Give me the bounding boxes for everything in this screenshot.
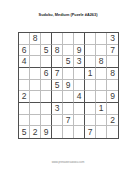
cell-r7c2[interactable] [30, 103, 41, 115]
cell-r4c4[interactable]: 7 [52, 68, 63, 80]
cell-r6c6[interactable]: 4 [74, 91, 85, 103]
cell-r6c4[interactable] [52, 91, 63, 103]
cell-r3c4[interactable] [52, 56, 63, 68]
footer-url: www.printablesudoku.com [41, 161, 95, 164]
cell-r2c8[interactable] [96, 45, 107, 57]
cell-r4c1[interactable] [19, 68, 30, 80]
sudoku-grid: 8365897453867185924931725297 [18, 32, 119, 139]
cell-r1c4[interactable] [52, 33, 63, 45]
cell-r6c2[interactable] [30, 91, 41, 103]
cell-r7c4[interactable]: 3 [52, 103, 63, 115]
cell-r1c5[interactable] [63, 33, 74, 45]
cell-r2c5[interactable] [63, 45, 74, 57]
cell-r5c8[interactable] [96, 80, 107, 92]
cell-r7c1[interactable] [19, 103, 30, 115]
cell-r8c7[interactable] [85, 115, 96, 127]
cell-r3c7[interactable] [85, 56, 96, 68]
cell-r4c5[interactable] [63, 68, 74, 80]
cell-r2c3[interactable]: 5 [41, 45, 52, 57]
cell-r6c5[interactable] [63, 91, 74, 103]
cell-r9c4[interactable] [52, 126, 63, 138]
cell-r8c6[interactable] [74, 115, 85, 127]
cell-r8c2[interactable] [30, 115, 41, 127]
cell-r3c3[interactable] [41, 56, 52, 68]
cell-r3c9[interactable] [107, 56, 118, 68]
cell-r3c5[interactable]: 5 [63, 56, 74, 68]
cell-r9c5[interactable] [63, 126, 74, 138]
cell-r4c8[interactable] [96, 68, 107, 80]
cell-r5c3[interactable] [41, 80, 52, 92]
cell-r3c8[interactable]: 8 [96, 56, 107, 68]
cell-r9c2[interactable]: 2 [30, 126, 41, 138]
cell-r9c8[interactable] [96, 126, 107, 138]
cell-r5c9[interactable] [107, 80, 118, 92]
cell-r1c7[interactable] [85, 33, 96, 45]
cell-r2c1[interactable]: 6 [19, 45, 30, 57]
cell-r4c6[interactable] [74, 68, 85, 80]
cell-r5c1[interactable] [19, 80, 30, 92]
cell-r1c6[interactable] [74, 33, 85, 45]
cell-r2c4[interactable]: 8 [52, 45, 63, 57]
cell-r9c3[interactable]: 9 [41, 126, 52, 138]
cell-r9c7[interactable]: 7 [85, 126, 96, 138]
cell-r3c6[interactable]: 3 [74, 56, 85, 68]
cell-r6c9[interactable]: 9 [107, 91, 118, 103]
cell-r8c4[interactable] [52, 115, 63, 127]
cell-r7c3[interactable] [41, 103, 52, 115]
cell-r8c1[interactable] [19, 115, 30, 127]
cell-r5c2[interactable] [30, 80, 41, 92]
cell-r4c7[interactable]: 1 [85, 68, 96, 80]
cell-r9c6[interactable] [74, 126, 85, 138]
cell-r7c9[interactable] [107, 103, 118, 115]
cell-r7c8[interactable]: 1 [96, 103, 107, 115]
cell-r5c7[interactable] [85, 80, 96, 92]
cell-r6c7[interactable] [85, 91, 96, 103]
cell-r2c6[interactable]: 9 [74, 45, 85, 57]
cell-r5c5[interactable]: 9 [63, 80, 74, 92]
cell-r5c6[interactable] [74, 80, 85, 92]
cell-r2c9[interactable]: 7 [107, 45, 118, 57]
puzzle-title: Sudoku, Medium (Puzzle #A263) [31, 13, 106, 17]
cell-r2c2[interactable] [30, 45, 41, 57]
cell-r4c9[interactable]: 8 [107, 68, 118, 80]
cell-r8c8[interactable] [96, 115, 107, 127]
cell-r7c6[interactable] [74, 103, 85, 115]
cell-r6c8[interactable] [96, 91, 107, 103]
cell-r7c7[interactable] [85, 103, 96, 115]
cell-r2c7[interactable] [85, 45, 96, 57]
cell-r1c9[interactable]: 3 [107, 33, 118, 45]
cell-r6c1[interactable]: 2 [19, 91, 30, 103]
cell-r8c5[interactable]: 7 [63, 115, 74, 127]
cell-r4c3[interactable]: 6 [41, 68, 52, 80]
cell-r8c3[interactable] [41, 115, 52, 127]
cell-r3c1[interactable]: 4 [19, 56, 30, 68]
cell-r9c9[interactable] [107, 126, 118, 138]
cell-r1c1[interactable] [19, 33, 30, 45]
cell-r4c2[interactable] [30, 68, 41, 80]
cell-r8c9[interactable]: 2 [107, 115, 118, 127]
cell-r7c5[interactable] [63, 103, 74, 115]
cell-r1c2[interactable]: 8 [30, 33, 41, 45]
cell-r5c4[interactable]: 5 [52, 80, 63, 92]
cell-r1c3[interactable] [41, 33, 52, 45]
cell-r1c8[interactable] [96, 33, 107, 45]
cell-r9c1[interactable]: 5 [19, 126, 30, 138]
cell-r6c3[interactable] [41, 91, 52, 103]
cell-r3c2[interactable] [30, 56, 41, 68]
